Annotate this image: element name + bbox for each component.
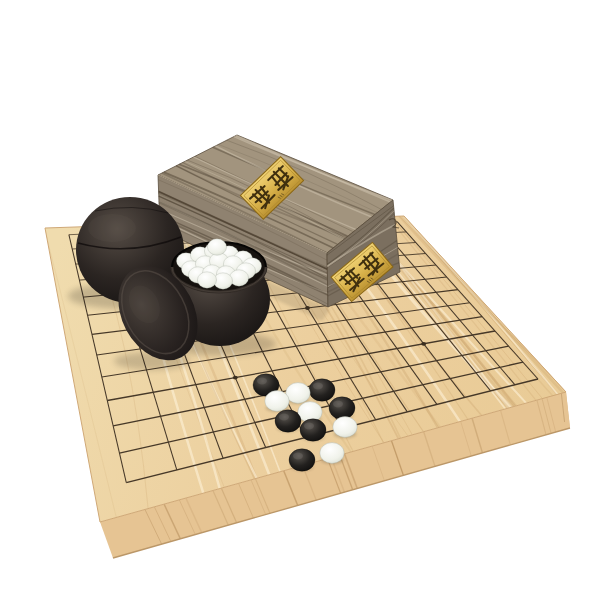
star-point [421, 342, 426, 346]
black-stone [300, 419, 326, 441]
black-stone [309, 379, 335, 401]
white-stone [333, 417, 357, 438]
black-stone [289, 449, 315, 471]
white-stone-in-bowl [197, 272, 216, 288]
white-stone [265, 391, 289, 412]
black-stone [329, 397, 355, 419]
black-stone [275, 410, 301, 432]
white-stone [320, 443, 344, 464]
star-point [305, 306, 310, 310]
go-set-photo: 碁筒 [0, 0, 600, 600]
white-stone-in-bowl [207, 239, 226, 255]
star-point [233, 376, 238, 380]
go-set-scene: 碁筒 [0, 0, 600, 600]
